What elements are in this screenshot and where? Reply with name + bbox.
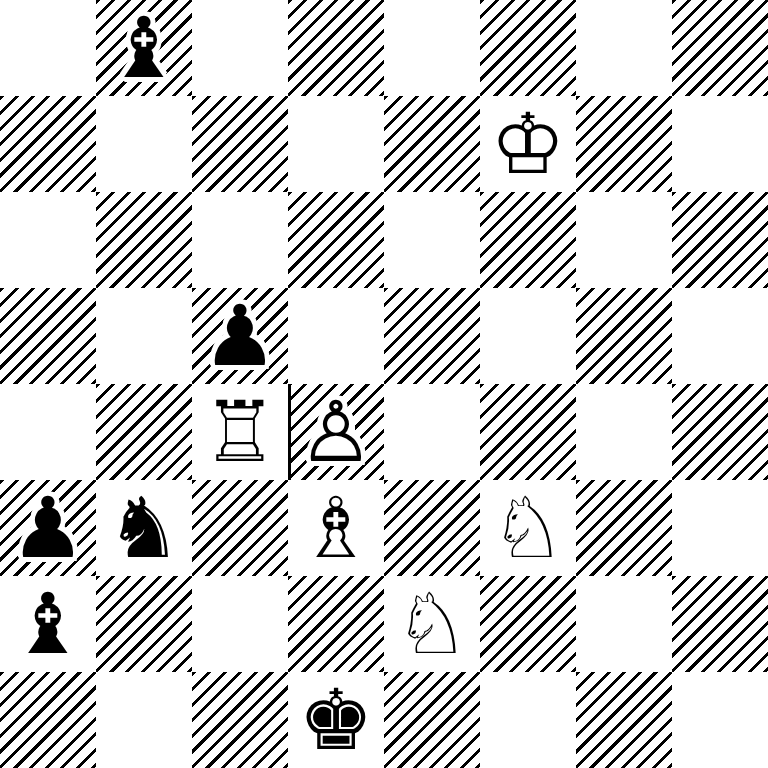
square-b5[interactable] bbox=[96, 288, 192, 384]
square-b4[interactable] bbox=[96, 384, 192, 480]
white-bishop[interactable]: ♗ bbox=[298, 480, 373, 576]
white-king[interactable]: ♔ bbox=[490, 96, 565, 192]
white-knight[interactable]: ♘ bbox=[490, 480, 565, 576]
square-e7[interactable] bbox=[384, 96, 480, 192]
square-h4[interactable] bbox=[672, 384, 768, 480]
black-knight[interactable]: ♞ bbox=[106, 480, 181, 576]
square-c6[interactable] bbox=[192, 192, 288, 288]
square-g5[interactable] bbox=[576, 288, 672, 384]
square-d6[interactable] bbox=[288, 192, 384, 288]
square-e3[interactable] bbox=[384, 480, 480, 576]
black-bishop[interactable]: ♝ bbox=[10, 576, 85, 672]
square-h5[interactable] bbox=[672, 288, 768, 384]
square-b2[interactable] bbox=[96, 576, 192, 672]
square-d2[interactable] bbox=[288, 576, 384, 672]
black-bishop[interactable]: ♝ bbox=[106, 0, 181, 96]
chess-board: ♝♔♟♖♙♟♞♗♘♝♘♚ bbox=[0, 0, 768, 768]
square-b1[interactable] bbox=[96, 672, 192, 768]
square-f7[interactable]: ♔ bbox=[480, 96, 576, 192]
square-b8[interactable]: ♝ bbox=[96, 0, 192, 96]
square-d4[interactable]: ♙ bbox=[288, 384, 384, 480]
square-f4[interactable] bbox=[480, 384, 576, 480]
square-a8[interactable] bbox=[0, 0, 96, 96]
square-g7[interactable] bbox=[576, 96, 672, 192]
square-h3[interactable] bbox=[672, 480, 768, 576]
square-d3[interactable]: ♗ bbox=[288, 480, 384, 576]
square-c5[interactable]: ♟ bbox=[192, 288, 288, 384]
square-f6[interactable] bbox=[480, 192, 576, 288]
square-a3[interactable]: ♟ bbox=[0, 480, 96, 576]
square-g8[interactable] bbox=[576, 0, 672, 96]
square-f8[interactable] bbox=[480, 0, 576, 96]
square-a1[interactable] bbox=[0, 672, 96, 768]
square-d7[interactable] bbox=[288, 96, 384, 192]
black-king[interactable]: ♚ bbox=[298, 672, 373, 768]
square-d8[interactable] bbox=[288, 0, 384, 96]
square-b6[interactable] bbox=[96, 192, 192, 288]
white-pawn[interactable]: ♙ bbox=[298, 384, 373, 480]
square-d5[interactable] bbox=[288, 288, 384, 384]
square-c7[interactable] bbox=[192, 96, 288, 192]
square-c8[interactable] bbox=[192, 0, 288, 96]
square-g2[interactable] bbox=[576, 576, 672, 672]
square-e8[interactable] bbox=[384, 0, 480, 96]
square-h7[interactable] bbox=[672, 96, 768, 192]
square-b7[interactable] bbox=[96, 96, 192, 192]
black-pawn[interactable]: ♟ bbox=[202, 288, 277, 384]
square-g4[interactable] bbox=[576, 384, 672, 480]
square-f2[interactable] bbox=[480, 576, 576, 672]
square-c4[interactable]: ♖ bbox=[192, 384, 288, 480]
square-e2[interactable]: ♘ bbox=[384, 576, 480, 672]
square-g3[interactable] bbox=[576, 480, 672, 576]
square-h2[interactable] bbox=[672, 576, 768, 672]
square-f5[interactable] bbox=[480, 288, 576, 384]
square-c3[interactable] bbox=[192, 480, 288, 576]
square-a6[interactable] bbox=[0, 192, 96, 288]
square-g6[interactable] bbox=[576, 192, 672, 288]
square-e4[interactable] bbox=[384, 384, 480, 480]
square-f1[interactable] bbox=[480, 672, 576, 768]
chess-diagram: ♝♔♟♖♙♟♞♗♘♝♘♚ bbox=[0, 0, 768, 768]
square-e5[interactable] bbox=[384, 288, 480, 384]
square-a4[interactable] bbox=[0, 384, 96, 480]
square-g1[interactable] bbox=[576, 672, 672, 768]
square-h8[interactable] bbox=[672, 0, 768, 96]
square-a7[interactable] bbox=[0, 96, 96, 192]
square-d1[interactable]: ♚ bbox=[288, 672, 384, 768]
square-f3[interactable]: ♘ bbox=[480, 480, 576, 576]
black-pawn[interactable]: ♟ bbox=[10, 480, 85, 576]
white-knight[interactable]: ♘ bbox=[394, 576, 469, 672]
square-h6[interactable] bbox=[672, 192, 768, 288]
square-c2[interactable] bbox=[192, 576, 288, 672]
white-rook[interactable]: ♖ bbox=[202, 384, 277, 480]
square-h1[interactable] bbox=[672, 672, 768, 768]
square-b3[interactable]: ♞ bbox=[96, 480, 192, 576]
square-e6[interactable] bbox=[384, 192, 480, 288]
square-c1[interactable] bbox=[192, 672, 288, 768]
square-e1[interactable] bbox=[384, 672, 480, 768]
square-a5[interactable] bbox=[0, 288, 96, 384]
square-a2[interactable]: ♝ bbox=[0, 576, 96, 672]
